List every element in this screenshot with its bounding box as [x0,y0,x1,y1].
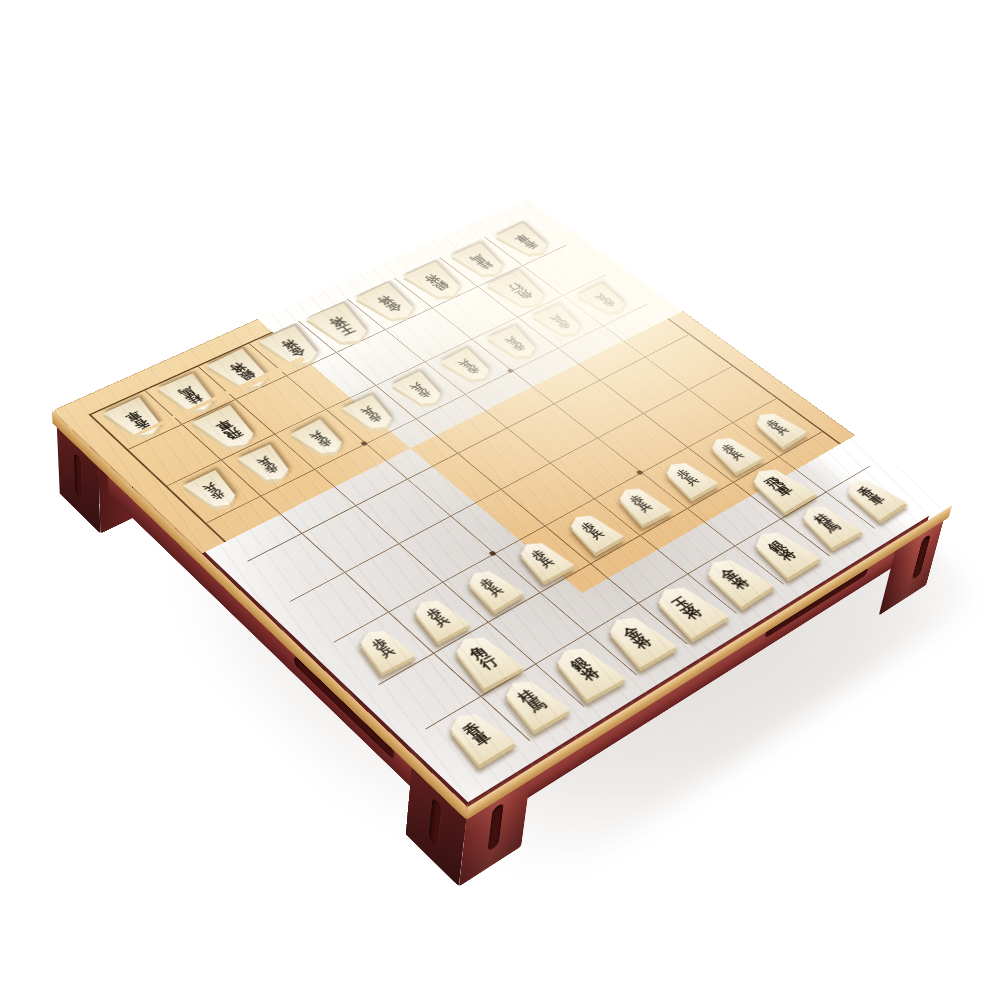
leg-slot [429,797,443,848]
shogi-product-photo: 香車桂馬銀将金将王将金将銀将桂馬香車飛車角行歩兵歩兵歩兵歩兵歩兵歩兵歩兵歩兵歩兵… [0,0,1000,1000]
piece-gote-pawn[interactable]: 歩兵 [575,282,634,319]
piece-gote-pawn[interactable]: 歩兵 [181,469,247,514]
shogi-table: 香車桂馬銀将金将王将金将銀将桂馬香車飛車角行歩兵歩兵歩兵歩兵歩兵歩兵歩兵歩兵歩兵… [52,199,952,807]
leg-slot [487,802,503,852]
piece-side-face [837,476,910,526]
piece-side-face [741,464,819,517]
piece-sente-pawn[interactable]: 歩兵 [349,623,419,675]
leg-slot [912,534,931,581]
shogi-board: 香車桂馬銀将金将王将金将銀将桂馬香車飛車角行歩兵歩兵歩兵歩兵歩兵歩兵歩兵歩兵歩兵… [52,199,952,807]
leg-slot [74,452,83,500]
piece-kanji-face: 歩兵 [288,418,353,461]
piece-gote-pawn[interactable]: 歩兵 [236,443,301,487]
piece-kanji-face: 歩兵 [181,469,247,514]
piece-side-face [596,612,680,673]
piece-sente-pawn[interactable]: 歩兵 [746,407,809,448]
piece-sente-lance[interactable]: 香車 [836,473,909,522]
piece-gote-pawn[interactable]: 歩兵 [288,418,353,461]
piece-kanji-face: 香車 [836,473,909,522]
piece-kanji-face: 歩兵 [236,443,301,487]
piece-kanji-face: 歩兵 [746,407,809,448]
piece-kanji-face: 歩兵 [349,623,419,675]
